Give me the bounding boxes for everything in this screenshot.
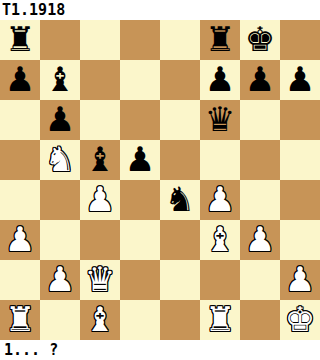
piece-black-bishop: ♝ — [45, 60, 75, 99]
piece-white-rook: ♜ — [5, 300, 35, 339]
square-c3[interactable] — [80, 220, 120, 260]
square-b4[interactable] — [40, 180, 80, 220]
piece-black-pawn: ♟ — [285, 60, 315, 99]
piece-white-bishop: ♝ — [85, 300, 115, 339]
square-g4[interactable] — [240, 180, 280, 220]
square-d6[interactable] — [120, 100, 160, 140]
square-h1[interactable]: ♚ — [280, 300, 320, 340]
square-d7[interactable] — [120, 60, 160, 100]
square-g8[interactable]: ♚ — [240, 20, 280, 60]
square-c5[interactable]: ♝ — [80, 140, 120, 180]
square-a8[interactable]: ♜ — [0, 20, 40, 60]
square-h3[interactable] — [280, 220, 320, 260]
piece-white-pawn: ♟ — [285, 260, 315, 299]
piece-black-rook: ♜ — [205, 20, 235, 59]
puzzle-title: T1.1918 — [0, 0, 320, 20]
piece-black-queen: ♛ — [205, 100, 235, 139]
chess-puzzle-app: T1.1918 ♜♜♚♟♝♟♟♟♟♛♞♝♟♟♞♟♟♝♟♟♛♟♜♝♜♚ 1... … — [0, 0, 320, 360]
square-b5[interactable]: ♞ — [40, 140, 80, 180]
square-f6[interactable]: ♛ — [200, 100, 240, 140]
piece-white-pawn: ♟ — [5, 220, 35, 259]
piece-black-rook: ♜ — [5, 20, 35, 59]
square-e6[interactable] — [160, 100, 200, 140]
square-h7[interactable]: ♟ — [280, 60, 320, 100]
square-d4[interactable] — [120, 180, 160, 220]
square-c7[interactable] — [80, 60, 120, 100]
square-g3[interactable]: ♟ — [240, 220, 280, 260]
piece-white-pawn: ♟ — [205, 180, 235, 219]
square-c4[interactable]: ♟ — [80, 180, 120, 220]
square-d8[interactable] — [120, 20, 160, 60]
piece-black-king: ♚ — [245, 20, 275, 59]
square-a4[interactable] — [0, 180, 40, 220]
square-e8[interactable] — [160, 20, 200, 60]
piece-white-queen: ♛ — [85, 260, 115, 299]
square-f3[interactable]: ♝ — [200, 220, 240, 260]
piece-black-pawn: ♟ — [45, 100, 75, 139]
square-f8[interactable]: ♜ — [200, 20, 240, 60]
square-e3[interactable] — [160, 220, 200, 260]
piece-black-bishop: ♝ — [85, 140, 115, 179]
square-g1[interactable] — [240, 300, 280, 340]
square-b1[interactable] — [40, 300, 80, 340]
piece-white-bishop: ♝ — [205, 220, 235, 259]
square-e5[interactable] — [160, 140, 200, 180]
square-d5[interactable]: ♟ — [120, 140, 160, 180]
piece-black-pawn: ♟ — [205, 60, 235, 99]
square-c8[interactable] — [80, 20, 120, 60]
square-b7[interactable]: ♝ — [40, 60, 80, 100]
square-e1[interactable] — [160, 300, 200, 340]
piece-black-pawn: ♟ — [245, 60, 275, 99]
square-c2[interactable]: ♛ — [80, 260, 120, 300]
square-d1[interactable] — [120, 300, 160, 340]
chess-board: ♜♜♚♟♝♟♟♟♟♛♞♝♟♟♞♟♟♝♟♟♛♟♜♝♜♚ — [0, 20, 320, 340]
square-h5[interactable] — [280, 140, 320, 180]
square-b3[interactable] — [40, 220, 80, 260]
square-d2[interactable] — [120, 260, 160, 300]
square-a2[interactable] — [0, 260, 40, 300]
square-a1[interactable]: ♜ — [0, 300, 40, 340]
square-f4[interactable]: ♟ — [200, 180, 240, 220]
piece-black-pawn: ♟ — [5, 60, 35, 99]
move-prompt: 1... ? — [0, 340, 320, 360]
square-b8[interactable] — [40, 20, 80, 60]
square-g6[interactable] — [240, 100, 280, 140]
piece-black-pawn: ♟ — [125, 140, 155, 179]
square-c1[interactable]: ♝ — [80, 300, 120, 340]
square-e4[interactable]: ♞ — [160, 180, 200, 220]
square-c6[interactable] — [80, 100, 120, 140]
square-e2[interactable] — [160, 260, 200, 300]
square-h4[interactable] — [280, 180, 320, 220]
square-a3[interactable]: ♟ — [0, 220, 40, 260]
square-a6[interactable] — [0, 100, 40, 140]
square-d3[interactable] — [120, 220, 160, 260]
piece-white-king: ♚ — [285, 300, 315, 339]
piece-white-pawn: ♟ — [85, 180, 115, 219]
square-g2[interactable] — [240, 260, 280, 300]
square-h2[interactable]: ♟ — [280, 260, 320, 300]
square-b2[interactable]: ♟ — [40, 260, 80, 300]
piece-white-pawn: ♟ — [45, 260, 75, 299]
square-f2[interactable] — [200, 260, 240, 300]
piece-white-knight: ♞ — [45, 140, 75, 179]
piece-white-rook: ♜ — [205, 300, 235, 339]
square-b6[interactable]: ♟ — [40, 100, 80, 140]
square-a7[interactable]: ♟ — [0, 60, 40, 100]
square-f7[interactable]: ♟ — [200, 60, 240, 100]
square-h6[interactable] — [280, 100, 320, 140]
square-e7[interactable] — [160, 60, 200, 100]
square-g7[interactable]: ♟ — [240, 60, 280, 100]
piece-black-knight: ♞ — [165, 180, 195, 219]
square-a5[interactable] — [0, 140, 40, 180]
square-f5[interactable] — [200, 140, 240, 180]
square-f1[interactable]: ♜ — [200, 300, 240, 340]
square-h8[interactable] — [280, 20, 320, 60]
piece-white-pawn: ♟ — [245, 220, 275, 259]
square-g5[interactable] — [240, 140, 280, 180]
